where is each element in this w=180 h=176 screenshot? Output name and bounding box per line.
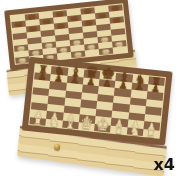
chess-square: ♚ [94,123,111,132]
chess-square: ♛ [78,122,95,131]
chess-square: ♜ [142,129,159,138]
chess-square: ♝ [62,120,79,129]
checkers-square [113,46,128,53]
chess-piece-light-rook: ♜ [32,115,43,127]
chess-square: ♝ [110,125,127,134]
chess-grid: ♜♞♝♛♚♝♞♜♟♟♟♟♟♟♟♟♟♟♟♟♟♟♟♟♜♞♝♛♚♝♞♜ [29,64,165,137]
chess-square: ♜ [29,117,46,126]
chess-board: ♜♞♝♛♚♝♞♜♟♟♟♟♟♟♟♟♟♟♟♟♟♟♟♟♜♞♝♛♚♝♞♜ [22,57,173,146]
chess-square: ♞ [46,118,63,127]
chess-piece-light-rook: ♜ [145,127,156,139]
chess-square: ♞ [126,127,143,136]
brass-knob [53,144,60,151]
product-photo: ⛂⛂⛂⛂⛂⛂⛂⛂⛂⛂⛂⛂⛂⛂⛂⛂⛂⛂⛂⛂⛂⛂⛂⛂ ♜♞♝♛♚♝♞♜♟♟♟♟♟♟♟… [0,0,180,176]
pack-quantity-label: x4 [154,155,175,174]
